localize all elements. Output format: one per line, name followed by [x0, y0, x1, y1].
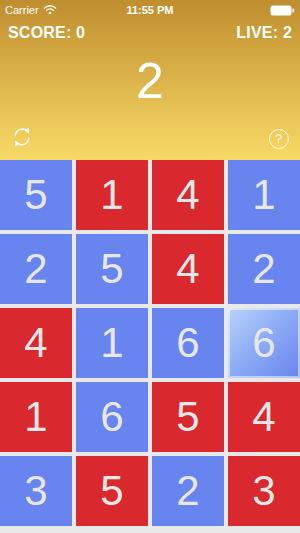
tile-r4c1[interactable]: 1: [0, 382, 72, 452]
tile-r3c4[interactable]: 6: [228, 308, 300, 378]
tile-r1c2[interactable]: 1: [76, 160, 148, 230]
battery-icon: [270, 5, 295, 16]
board-grid: 51412542416616543523: [0, 160, 300, 533]
tile-r2c1[interactable]: 2: [0, 234, 72, 304]
tile-r3c1[interactable]: 4: [0, 308, 72, 378]
lives-label: LIVE: 2: [236, 24, 292, 42]
refresh-button[interactable]: [9, 126, 34, 151]
carrier-label: Carrier: [5, 4, 39, 16]
tile-r2c4[interactable]: 2: [228, 234, 300, 304]
help-button[interactable]: ?: [266, 126, 291, 151]
tile-r5c4[interactable]: 3: [228, 456, 300, 526]
target-number: 2: [0, 56, 300, 106]
tile-r2c3[interactable]: 4: [152, 234, 224, 304]
hud-row: SCORE: 0 LIVE: 2: [0, 20, 300, 42]
refresh-icon: [10, 125, 34, 152]
tile-r1c3[interactable]: 4: [152, 160, 224, 230]
tile-r1c1[interactable]: 5: [0, 160, 72, 230]
tile-r4c2[interactable]: 6: [76, 382, 148, 452]
header: Carrier 11:55 PM: [0, 0, 300, 160]
wifi-icon: [43, 4, 57, 17]
tile-r2c2[interactable]: 5: [76, 234, 148, 304]
tile-r5c2[interactable]: 5: [76, 456, 148, 526]
tile-r4c3[interactable]: 5: [152, 382, 224, 452]
tile-r1c4[interactable]: 1: [228, 160, 300, 230]
status-bar-left: Carrier: [5, 4, 57, 17]
status-bar: Carrier 11:55 PM: [0, 0, 300, 20]
tile-r4c4[interactable]: 4: [228, 382, 300, 452]
score-label: SCORE: 0: [8, 24, 85, 42]
question-icon: ?: [269, 129, 289, 149]
tile-r5c3[interactable]: 2: [152, 456, 224, 526]
tile-r3c3[interactable]: 6: [152, 308, 224, 378]
tile-r3c2[interactable]: 1: [76, 308, 148, 378]
tile-r5c1[interactable]: 3: [0, 456, 72, 526]
app-screen: Carrier 11:55 PM: [0, 0, 300, 533]
toolbar: ?: [0, 126, 300, 151]
